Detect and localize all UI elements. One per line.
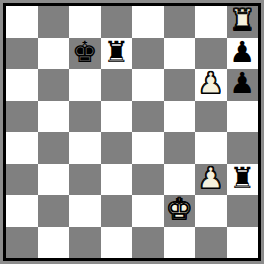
white-pawn-icon[interactable]: ♟ <box>198 69 224 100</box>
white-rook-icon[interactable]: ♜ <box>229 6 255 37</box>
square-f6[interactable] <box>164 69 196 101</box>
square-c3[interactable] <box>69 164 101 196</box>
square-b1[interactable] <box>38 227 70 259</box>
white-pawn-icon[interactable]: ♟ <box>198 164 224 195</box>
square-b8[interactable] <box>38 6 70 38</box>
square-g7[interactable] <box>195 38 227 70</box>
square-g8[interactable] <box>195 6 227 38</box>
square-b4[interactable] <box>38 132 70 164</box>
square-b3[interactable] <box>38 164 70 196</box>
square-c5[interactable] <box>69 101 101 133</box>
square-g2[interactable] <box>195 195 227 227</box>
square-b2[interactable] <box>38 195 70 227</box>
square-e4[interactable] <box>132 132 164 164</box>
square-c4[interactable] <box>69 132 101 164</box>
black-pawn-icon[interactable]: ♟ <box>229 38 255 69</box>
square-d1[interactable] <box>101 227 133 259</box>
black-rook-icon[interactable]: ♜ <box>103 38 129 69</box>
square-e7[interactable] <box>132 38 164 70</box>
square-g6[interactable]: ♟ <box>195 69 227 101</box>
square-d6[interactable] <box>101 69 133 101</box>
chessboard: ♜♚♜♟♟♟♟♜♚ <box>6 6 258 258</box>
square-a7[interactable] <box>6 38 38 70</box>
square-g5[interactable] <box>195 101 227 133</box>
square-b7[interactable] <box>38 38 70 70</box>
black-rook-icon[interactable]: ♜ <box>229 164 255 195</box>
square-e8[interactable] <box>132 6 164 38</box>
square-f8[interactable] <box>164 6 196 38</box>
square-a1[interactable] <box>6 227 38 259</box>
square-g1[interactable] <box>195 227 227 259</box>
square-a4[interactable] <box>6 132 38 164</box>
square-c8[interactable] <box>69 6 101 38</box>
black-pawn-icon[interactable]: ♟ <box>229 69 255 100</box>
square-c6[interactable] <box>69 69 101 101</box>
square-f2[interactable]: ♚ <box>164 195 196 227</box>
square-h2[interactable] <box>227 195 259 227</box>
square-c1[interactable] <box>69 227 101 259</box>
square-e2[interactable] <box>132 195 164 227</box>
square-f5[interactable] <box>164 101 196 133</box>
square-h5[interactable] <box>227 101 259 133</box>
square-c2[interactable] <box>69 195 101 227</box>
square-g4[interactable] <box>195 132 227 164</box>
square-f1[interactable] <box>164 227 196 259</box>
square-e5[interactable] <box>132 101 164 133</box>
board-border: ♜♚♜♟♟♟♟♜♚ <box>3 3 261 261</box>
square-a3[interactable] <box>6 164 38 196</box>
square-f3[interactable] <box>164 164 196 196</box>
square-a5[interactable] <box>6 101 38 133</box>
square-f7[interactable] <box>164 38 196 70</box>
square-g3[interactable]: ♟ <box>195 164 227 196</box>
square-e3[interactable] <box>132 164 164 196</box>
square-a8[interactable] <box>6 6 38 38</box>
square-h6[interactable]: ♟ <box>227 69 259 101</box>
square-e1[interactable] <box>132 227 164 259</box>
square-h7[interactable]: ♟ <box>227 38 259 70</box>
square-d4[interactable] <box>101 132 133 164</box>
square-d2[interactable] <box>101 195 133 227</box>
square-d3[interactable] <box>101 164 133 196</box>
square-b5[interactable] <box>38 101 70 133</box>
board-margin: ♜♚♜♟♟♟♟♜♚ <box>0 0 264 264</box>
square-d5[interactable] <box>101 101 133 133</box>
square-d8[interactable] <box>101 6 133 38</box>
square-h8[interactable]: ♜ <box>227 6 259 38</box>
square-c7[interactable]: ♚ <box>69 38 101 70</box>
black-king-icon[interactable]: ♚ <box>72 38 98 69</box>
square-a2[interactable] <box>6 195 38 227</box>
square-h4[interactable] <box>227 132 259 164</box>
square-b6[interactable] <box>38 69 70 101</box>
square-h3[interactable]: ♜ <box>227 164 259 196</box>
square-e6[interactable] <box>132 69 164 101</box>
square-d7[interactable]: ♜ <box>101 38 133 70</box>
white-king-icon[interactable]: ♚ <box>166 195 192 226</box>
square-a6[interactable] <box>6 69 38 101</box>
square-h1[interactable] <box>227 227 259 259</box>
square-f4[interactable] <box>164 132 196 164</box>
